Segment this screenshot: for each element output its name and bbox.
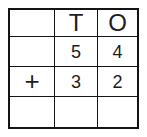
addition-worksheet-grid: T O 5 4 + 3 2	[8, 8, 139, 129]
answer-label-cell[interactable]	[10, 97, 55, 127]
header-ones-cell: O	[98, 10, 137, 37]
addend1-tens-cell: 5	[55, 37, 98, 67]
addend1-ones-cell: 4	[98, 37, 137, 67]
addend2-ones-cell: 2	[98, 67, 137, 97]
corner-cell	[10, 10, 55, 37]
answer-tens-cell[interactable]	[55, 97, 98, 127]
row1-label-cell	[10, 37, 55, 67]
addend2-tens-cell: 3	[55, 67, 98, 97]
plus-operator-cell: +	[10, 67, 55, 97]
header-tens-cell: T	[55, 10, 98, 37]
answer-ones-cell[interactable]	[98, 97, 137, 127]
